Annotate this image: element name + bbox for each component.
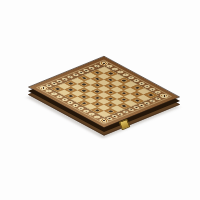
chess-board bbox=[28, 56, 180, 128]
product-photo-scene bbox=[0, 0, 200, 200]
